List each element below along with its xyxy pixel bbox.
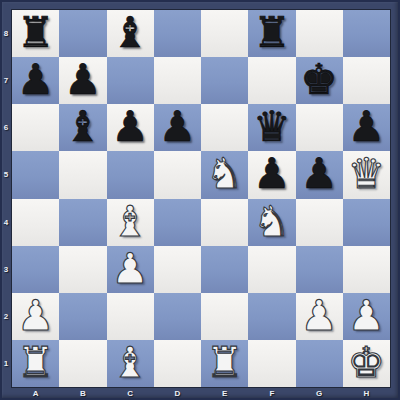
square-b3[interactable] — [59, 246, 106, 293]
square-e8[interactable] — [201, 10, 248, 57]
square-b6[interactable]: ♝ — [59, 104, 106, 151]
square-c1[interactable]: ♝ — [107, 340, 154, 387]
file-label-a: A — [12, 387, 59, 400]
square-a7[interactable]: ♟ — [12, 57, 59, 104]
square-a4[interactable] — [12, 199, 59, 246]
square-f2[interactable] — [248, 293, 295, 340]
square-a8[interactable]: ♜ — [12, 10, 59, 57]
square-e3[interactable] — [201, 246, 248, 293]
file-label-g: G — [296, 387, 343, 400]
square-g4[interactable] — [296, 199, 343, 246]
white-pawn[interactable]: ♟ — [111, 245, 149, 292]
square-b8[interactable] — [59, 10, 106, 57]
black-pawn[interactable]: ♟ — [300, 150, 338, 197]
square-d8[interactable] — [154, 10, 201, 57]
square-a3[interactable] — [12, 246, 59, 293]
square-d1[interactable] — [154, 340, 201, 387]
file-label-f: F — [248, 387, 295, 400]
white-pawn[interactable]: ♟ — [17, 292, 55, 339]
rank-label-4: 4 — [0, 199, 12, 246]
square-c8[interactable]: ♝ — [107, 10, 154, 57]
square-a6[interactable] — [12, 104, 59, 151]
square-h4[interactable] — [343, 199, 390, 246]
square-a1[interactable]: ♜ — [12, 340, 59, 387]
square-e1[interactable]: ♜ — [201, 340, 248, 387]
square-d4[interactable] — [154, 199, 201, 246]
rank-label-2: 2 — [0, 293, 12, 340]
black-king[interactable]: ♚ — [300, 56, 338, 103]
white-queen[interactable]: ♛ — [348, 150, 386, 197]
file-label-h: H — [343, 387, 390, 400]
black-pawn[interactable]: ♟ — [17, 56, 55, 103]
white-rook[interactable]: ♜ — [206, 339, 244, 386]
square-e2[interactable] — [201, 293, 248, 340]
square-c7[interactable] — [107, 57, 154, 104]
square-b2[interactable] — [59, 293, 106, 340]
square-b1[interactable] — [59, 340, 106, 387]
square-d7[interactable] — [154, 57, 201, 104]
white-knight[interactable]: ♞ — [206, 150, 244, 197]
square-h6[interactable]: ♟ — [343, 104, 390, 151]
square-d2[interactable] — [154, 293, 201, 340]
square-f5[interactable]: ♟ — [248, 151, 295, 198]
square-h3[interactable] — [343, 246, 390, 293]
white-bishop[interactable]: ♝ — [111, 198, 149, 245]
square-c3[interactable]: ♟ — [107, 246, 154, 293]
white-bishop[interactable]: ♝ — [111, 339, 149, 386]
file-label-e: E — [201, 387, 248, 400]
white-rook[interactable]: ♜ — [17, 339, 55, 386]
black-queen[interactable]: ♛ — [253, 103, 291, 150]
white-pawn[interactable]: ♟ — [348, 292, 386, 339]
square-e7[interactable] — [201, 57, 248, 104]
square-d3[interactable] — [154, 246, 201, 293]
square-c5[interactable] — [107, 151, 154, 198]
file-labels: ABCDEFGH — [12, 387, 390, 400]
square-e4[interactable] — [201, 199, 248, 246]
file-label-d: D — [154, 387, 201, 400]
square-b4[interactable] — [59, 199, 106, 246]
rank-label-8: 8 — [0, 10, 12, 57]
black-bishop[interactable]: ♝ — [111, 9, 149, 56]
file-label-b: B — [59, 387, 106, 400]
square-e5[interactable]: ♞ — [201, 151, 248, 198]
square-c6[interactable]: ♟ — [107, 104, 154, 151]
square-f3[interactable] — [248, 246, 295, 293]
square-h1[interactable]: ♚ — [343, 340, 390, 387]
square-h5[interactable]: ♛ — [343, 151, 390, 198]
square-h8[interactable] — [343, 10, 390, 57]
square-f8[interactable]: ♜ — [248, 10, 295, 57]
black-pawn[interactable]: ♟ — [253, 150, 291, 197]
square-g8[interactable] — [296, 10, 343, 57]
white-pawn[interactable]: ♟ — [300, 292, 338, 339]
square-g1[interactable] — [296, 340, 343, 387]
white-knight[interactable]: ♞ — [253, 198, 291, 245]
black-pawn[interactable]: ♟ — [64, 56, 102, 103]
square-f4[interactable]: ♞ — [248, 199, 295, 246]
chess-board-widget: ♜♝♜♟♟♚♝♟♟♛♟♞♟♟♛♝♞♟♟♟♟♜♝♜♚ 87654321 ABCDE… — [0, 0, 400, 400]
square-g5[interactable]: ♟ — [296, 151, 343, 198]
square-f1[interactable] — [248, 340, 295, 387]
rank-label-5: 5 — [0, 151, 12, 198]
square-h2[interactable]: ♟ — [343, 293, 390, 340]
square-f7[interactable] — [248, 57, 295, 104]
white-king[interactable]: ♚ — [348, 339, 386, 386]
black-pawn[interactable]: ♟ — [111, 103, 149, 150]
black-pawn[interactable]: ♟ — [159, 103, 197, 150]
black-rook[interactable]: ♜ — [253, 9, 291, 56]
square-d6[interactable]: ♟ — [154, 104, 201, 151]
square-f6[interactable]: ♛ — [248, 104, 295, 151]
file-label-c: C — [107, 387, 154, 400]
square-g3[interactable] — [296, 246, 343, 293]
square-b7[interactable]: ♟ — [59, 57, 106, 104]
rank-label-6: 6 — [0, 104, 12, 151]
rank-labels: 87654321 — [0, 10, 12, 387]
black-bishop[interactable]: ♝ — [64, 103, 102, 150]
square-g7[interactable]: ♚ — [296, 57, 343, 104]
square-g2[interactable]: ♟ — [296, 293, 343, 340]
square-b5[interactable] — [59, 151, 106, 198]
chess-board: ♜♝♜♟♟♚♝♟♟♛♟♞♟♟♛♝♞♟♟♟♟♜♝♜♚ — [12, 10, 390, 387]
rank-label-3: 3 — [0, 246, 12, 293]
square-c2[interactable] — [107, 293, 154, 340]
black-pawn[interactable]: ♟ — [348, 103, 386, 150]
square-a5[interactable] — [12, 151, 59, 198]
square-h7[interactable] — [343, 57, 390, 104]
square-c4[interactable]: ♝ — [107, 199, 154, 246]
square-a2[interactable]: ♟ — [12, 293, 59, 340]
square-d5[interactable] — [154, 151, 201, 198]
square-g6[interactable] — [296, 104, 343, 151]
rank-label-7: 7 — [0, 57, 12, 104]
square-e6[interactable] — [201, 104, 248, 151]
black-rook[interactable]: ♜ — [17, 9, 55, 56]
rank-label-1: 1 — [0, 340, 12, 387]
